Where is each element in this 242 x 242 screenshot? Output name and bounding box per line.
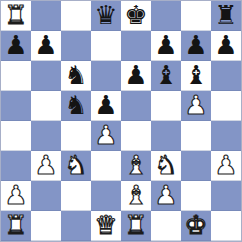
square-a3[interactable] — [1, 151, 31, 181]
white-pawn[interactable]: ♟ — [94, 122, 117, 148]
square-e3[interactable]: ♝ — [121, 151, 151, 181]
square-b1[interactable] — [31, 211, 61, 241]
square-f6[interactable]: ♝ — [151, 61, 181, 91]
square-c7[interactable] — [61, 31, 91, 61]
white-pawn[interactable]: ♟ — [214, 152, 237, 178]
square-b4[interactable] — [31, 121, 61, 151]
square-h3[interactable]: ♟ — [211, 151, 241, 181]
square-h2[interactable] — [211, 181, 241, 211]
square-a8[interactable]: ♜ — [1, 1, 31, 31]
square-e5[interactable] — [121, 91, 151, 121]
square-d7[interactable] — [91, 31, 121, 61]
square-a5[interactable] — [1, 91, 31, 121]
square-a1[interactable]: ♜ — [1, 211, 31, 241]
white-knight[interactable]: ♞ — [64, 152, 87, 178]
square-f3[interactable]: ♞ — [151, 151, 181, 181]
square-h1[interactable] — [211, 211, 241, 241]
square-d3[interactable] — [91, 151, 121, 181]
square-b5[interactable] — [31, 91, 61, 121]
black-king[interactable]: ♚ — [124, 2, 147, 28]
black-bishop[interactable]: ♝ — [154, 62, 177, 88]
black-knight[interactable]: ♞ — [64, 62, 87, 88]
white-pawn[interactable]: ♟ — [184, 92, 207, 118]
square-b8[interactable] — [31, 1, 61, 31]
square-d4[interactable]: ♟ — [91, 121, 121, 151]
square-h4[interactable] — [211, 121, 241, 151]
square-d2[interactable] — [91, 181, 121, 211]
square-h7[interactable]: ♟ — [211, 31, 241, 61]
square-b3[interactable]: ♟ — [31, 151, 61, 181]
white-pawn[interactable]: ♟ — [154, 182, 177, 208]
white-bishop[interactable]: ♝ — [124, 152, 147, 178]
square-f4[interactable] — [151, 121, 181, 151]
square-e1[interactable]: ♜ — [121, 211, 151, 241]
square-g3[interactable] — [181, 151, 211, 181]
square-e7[interactable] — [121, 31, 151, 61]
square-a6[interactable] — [1, 61, 31, 91]
black-pawn[interactable]: ♟ — [154, 32, 177, 58]
square-f7[interactable]: ♟ — [151, 31, 181, 61]
square-g4[interactable] — [181, 121, 211, 151]
black-pawn[interactable]: ♟ — [124, 62, 147, 88]
square-d8[interactable]: ♛ — [91, 1, 121, 31]
chess-board: ♜♛♚♜♟♟♟♟♟♞♟♝♝♞♟♟♟♟♞♝♞♟♟♝♟♜♛♜♚ — [0, 0, 242, 242]
white-knight[interactable]: ♞ — [154, 152, 177, 178]
square-g7[interactable]: ♟ — [181, 31, 211, 61]
black-knight[interactable]: ♞ — [64, 92, 87, 118]
white-queen[interactable]: ♛ — [94, 212, 117, 238]
square-e8[interactable]: ♚ — [121, 1, 151, 31]
square-d6[interactable] — [91, 61, 121, 91]
white-rook[interactable]: ♜ — [4, 212, 27, 238]
black-pawn[interactable]: ♟ — [34, 32, 57, 58]
square-c6[interactable]: ♞ — [61, 61, 91, 91]
square-c1[interactable] — [61, 211, 91, 241]
square-g5[interactable]: ♟ — [181, 91, 211, 121]
square-h8[interactable]: ♜ — [211, 1, 241, 31]
white-bishop[interactable]: ♝ — [124, 182, 147, 208]
white-pawn[interactable]: ♟ — [4, 182, 27, 208]
square-f8[interactable] — [151, 1, 181, 31]
square-b6[interactable] — [31, 61, 61, 91]
square-g1[interactable]: ♚ — [181, 211, 211, 241]
square-a7[interactable]: ♟ — [1, 31, 31, 61]
square-c2[interactable] — [61, 181, 91, 211]
square-c3[interactable]: ♞ — [61, 151, 91, 181]
white-pawn[interactable]: ♟ — [34, 152, 57, 178]
square-a4[interactable] — [1, 121, 31, 151]
square-e4[interactable] — [121, 121, 151, 151]
square-c8[interactable] — [61, 1, 91, 31]
white-king[interactable]: ♚ — [184, 212, 207, 238]
square-h6[interactable] — [211, 61, 241, 91]
square-c5[interactable]: ♞ — [61, 91, 91, 121]
black-queen[interactable]: ♛ — [94, 2, 117, 28]
square-g6[interactable]: ♝ — [181, 61, 211, 91]
square-a2[interactable]: ♟ — [1, 181, 31, 211]
white-rook[interactable]: ♜ — [124, 212, 147, 238]
square-f1[interactable] — [151, 211, 181, 241]
black-bishop[interactable]: ♝ — [184, 62, 207, 88]
black-pawn[interactable]: ♟ — [4, 32, 27, 58]
black-pawn[interactable]: ♟ — [94, 92, 117, 118]
square-b2[interactable] — [31, 181, 61, 211]
square-f2[interactable]: ♟ — [151, 181, 181, 211]
square-g8[interactable] — [181, 1, 211, 31]
square-d5[interactable]: ♟ — [91, 91, 121, 121]
white-rook[interactable]: ♜ — [4, 2, 27, 28]
square-e6[interactable]: ♟ — [121, 61, 151, 91]
square-h5[interactable] — [211, 91, 241, 121]
square-b7[interactable]: ♟ — [31, 31, 61, 61]
square-c4[interactable] — [61, 121, 91, 151]
black-pawn[interactable]: ♟ — [184, 32, 207, 58]
black-pawn[interactable]: ♟ — [214, 32, 237, 58]
square-d1[interactable]: ♛ — [91, 211, 121, 241]
square-f5[interactable] — [151, 91, 181, 121]
square-e2[interactable]: ♝ — [121, 181, 151, 211]
black-rook[interactable]: ♜ — [214, 2, 237, 28]
square-g2[interactable] — [181, 181, 211, 211]
